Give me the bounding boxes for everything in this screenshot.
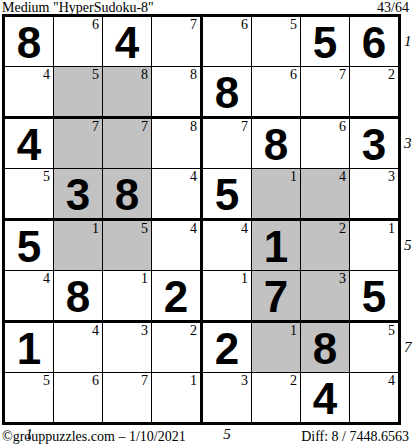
cell-r7c6[interactable]: 1 bbox=[252, 323, 301, 373]
pencil-mark: 6 bbox=[339, 119, 346, 135]
pencil-mark: 4 bbox=[190, 221, 197, 237]
pencil-mark: 6 bbox=[92, 373, 99, 389]
pencil-mark: 5 bbox=[92, 67, 99, 83]
cell-r8c1[interactable]: 5 bbox=[5, 373, 54, 422]
pencil-mark: 7 bbox=[339, 67, 346, 83]
puzzle-title: Medium "HyperSudoku-8" bbox=[2, 0, 154, 15]
cell-r7c2[interactable]: 4 bbox=[54, 323, 103, 373]
cell-r5c3[interactable]: 5 bbox=[103, 221, 152, 271]
pencil-mark: 4 bbox=[241, 221, 248, 237]
cell-r7c3[interactable]: 3 bbox=[103, 323, 152, 373]
cell-r5c7[interactable]: 2 bbox=[301, 221, 350, 271]
sudoku-board: 8647655645888672477878635384514351544121… bbox=[2, 14, 401, 425]
pencil-mark: 4 bbox=[43, 271, 50, 287]
pencil-mark: 4 bbox=[388, 373, 395, 389]
cell-r6c6[interactable]: 7 bbox=[252, 271, 301, 323]
given-digit: 4 bbox=[103, 17, 151, 66]
pencil-mark: 2 bbox=[190, 323, 197, 339]
cell-r7c7[interactable]: 8 bbox=[301, 323, 350, 373]
cell-r7c4[interactable]: 2 bbox=[152, 323, 203, 373]
given-digit: 4 bbox=[301, 373, 349, 422]
cell-r3c3[interactable]: 7 bbox=[103, 119, 152, 169]
cell-r5c2[interactable]: 1 bbox=[54, 221, 103, 271]
given-digit: 8 bbox=[103, 169, 151, 218]
given-digit: 8 bbox=[252, 119, 300, 168]
cell-r3c5[interactable]: 7 bbox=[203, 119, 252, 169]
cell-r2c3[interactable]: 8 bbox=[103, 67, 152, 119]
pencil-mark: 4 bbox=[339, 169, 346, 185]
cell-r2c7[interactable]: 7 bbox=[301, 67, 350, 119]
cell-r7c5[interactable]: 2 bbox=[203, 323, 252, 373]
cell-r6c7[interactable]: 3 bbox=[301, 271, 350, 323]
pencil-mark: 5 bbox=[388, 323, 395, 339]
given-digit: 5 bbox=[301, 17, 349, 66]
cell-r8c8[interactable]: 4 bbox=[350, 373, 398, 422]
cell-r4c3[interactable]: 8 bbox=[103, 169, 152, 221]
cell-r7c8[interactable]: 5 bbox=[350, 323, 398, 373]
cell-r5c5[interactable]: 4 bbox=[203, 221, 252, 271]
given-digit: 8 bbox=[301, 323, 349, 372]
pencil-mark: 1 bbox=[92, 221, 99, 237]
given-digit: 3 bbox=[54, 169, 102, 218]
cell-r6c8[interactable]: 5 bbox=[350, 271, 398, 323]
given-digit: 5 bbox=[5, 221, 53, 270]
cell-r8c2[interactable]: 6 bbox=[54, 373, 103, 422]
given-digit: 8 bbox=[5, 17, 53, 66]
pencil-mark: 7 bbox=[241, 119, 248, 135]
pencil-mark: 2 bbox=[339, 221, 346, 237]
pencil-mark: 7 bbox=[92, 119, 99, 135]
cell-r5c8[interactable]: 1 bbox=[350, 221, 398, 271]
cell-r4c1[interactable]: 5 bbox=[5, 169, 54, 221]
puzzle-counter: 43/64 bbox=[377, 0, 409, 15]
pencil-mark: 5 bbox=[290, 17, 297, 33]
pencil-mark: 5 bbox=[141, 221, 148, 237]
pencil-mark: 1 bbox=[141, 271, 148, 287]
cell-r3c1[interactable]: 4 bbox=[5, 119, 54, 169]
given-digit: 4 bbox=[5, 119, 53, 168]
pencil-mark: 4 bbox=[92, 323, 99, 339]
row-label-5: 5 bbox=[404, 237, 412, 254]
row-label-3: 3 bbox=[404, 135, 412, 152]
cell-r2c8[interactable]: 2 bbox=[350, 67, 398, 119]
cell-r8c4[interactable]: 1 bbox=[152, 373, 203, 422]
cell-r4c4[interactable]: 4 bbox=[152, 169, 203, 221]
cell-r6c1[interactable]: 4 bbox=[5, 271, 54, 323]
cell-r2c4[interactable]: 8 bbox=[152, 67, 203, 119]
cell-r2c5[interactable]: 8 bbox=[203, 67, 252, 119]
pencil-mark: 7 bbox=[141, 373, 148, 389]
cell-r5c4[interactable]: 4 bbox=[152, 221, 203, 271]
pencil-mark: 1 bbox=[388, 221, 395, 237]
pencil-mark: 3 bbox=[141, 323, 148, 339]
given-digit: 8 bbox=[203, 67, 251, 116]
row-label-1: 1 bbox=[404, 33, 412, 50]
cell-r5c6[interactable]: 1 bbox=[252, 221, 301, 271]
given-digit: 5 bbox=[350, 271, 398, 320]
col-label-5: 5 bbox=[223, 426, 231, 443]
given-digit: 3 bbox=[350, 119, 398, 168]
pencil-mark: 2 bbox=[388, 67, 395, 83]
pencil-mark: 3 bbox=[388, 169, 395, 185]
cell-r3c4[interactable]: 8 bbox=[152, 119, 203, 169]
pencil-mark: 1 bbox=[241, 271, 248, 287]
cell-r1c2[interactable]: 6 bbox=[54, 17, 103, 67]
cell-r2c1[interactable]: 4 bbox=[5, 67, 54, 119]
pencil-mark: 7 bbox=[190, 17, 197, 33]
cell-r1c3[interactable]: 4 bbox=[103, 17, 152, 67]
given-digit: 2 bbox=[203, 323, 251, 372]
row-label-7: 7 bbox=[404, 339, 412, 356]
pencil-mark: 1 bbox=[290, 169, 297, 185]
cell-r6c4[interactable]: 2 bbox=[152, 271, 203, 323]
pencil-mark: 6 bbox=[241, 17, 248, 33]
cell-r4c2[interactable]: 3 bbox=[54, 169, 103, 221]
given-digit: 6 bbox=[350, 17, 398, 66]
cell-r6c5[interactable]: 1 bbox=[203, 271, 252, 323]
col-label-1: 1 bbox=[25, 426, 33, 443]
given-digit: 1 bbox=[5, 323, 53, 372]
given-digit: 5 bbox=[203, 169, 251, 218]
cell-r8c3[interactable]: 7 bbox=[103, 373, 152, 422]
pencil-mark: 6 bbox=[92, 17, 99, 33]
difficulty-text: Diff: 8 / 7448.6563 bbox=[301, 429, 409, 445]
cell-r1c8[interactable]: 6 bbox=[350, 17, 398, 67]
cell-r1c6[interactable]: 5 bbox=[252, 17, 301, 67]
cell-r2c2[interactable]: 5 bbox=[54, 67, 103, 119]
cell-r8c6[interactable]: 2 bbox=[252, 373, 301, 422]
cell-r3c2[interactable]: 7 bbox=[54, 119, 103, 169]
cell-r5c1[interactable]: 5 bbox=[5, 221, 54, 271]
cell-r3c8[interactable]: 3 bbox=[350, 119, 398, 169]
given-digit: 1 bbox=[252, 221, 300, 270]
cell-r6c3[interactable]: 1 bbox=[103, 271, 152, 323]
cell-r8c7[interactable]: 4 bbox=[301, 373, 350, 422]
cell-r1c7[interactable]: 5 bbox=[301, 17, 350, 67]
cell-r4c5[interactable]: 5 bbox=[203, 169, 252, 221]
pencil-mark: 8 bbox=[141, 67, 148, 83]
given-digit: 8 bbox=[54, 271, 102, 320]
cell-r8c5[interactable]: 3 bbox=[203, 373, 252, 422]
given-digit: 2 bbox=[152, 271, 200, 320]
given-digit: 7 bbox=[252, 271, 300, 320]
cell-r4c8[interactable]: 3 bbox=[350, 169, 398, 221]
pencil-mark: 5 bbox=[43, 373, 50, 389]
puzzle-page: Medium "HyperSudoku-8" 43/64 86476556458… bbox=[0, 0, 412, 447]
pencil-mark: 4 bbox=[43, 67, 50, 83]
pencil-mark: 2 bbox=[290, 373, 297, 389]
cell-r1c5[interactable]: 6 bbox=[203, 17, 252, 67]
pencil-mark: 8 bbox=[190, 119, 197, 135]
pencil-mark: 1 bbox=[190, 373, 197, 389]
cell-r6c2[interactable]: 8 bbox=[54, 271, 103, 323]
pencil-mark: 8 bbox=[190, 67, 197, 83]
pencil-mark: 3 bbox=[241, 373, 248, 389]
cell-r1c1[interactable]: 8 bbox=[5, 17, 54, 67]
pencil-mark: 6 bbox=[290, 67, 297, 83]
pencil-mark: 3 bbox=[339, 271, 346, 287]
cell-r4c7[interactable]: 4 bbox=[301, 169, 350, 221]
cell-r7c1[interactable]: 1 bbox=[5, 323, 54, 373]
pencil-mark: 7 bbox=[141, 119, 148, 135]
cell-r3c6[interactable]: 8 bbox=[252, 119, 301, 169]
cell-r1c4[interactable]: 7 bbox=[152, 17, 203, 67]
pencil-mark: 1 bbox=[290, 323, 297, 339]
cell-r4c6[interactable]: 1 bbox=[252, 169, 301, 221]
cell-r3c7[interactable]: 6 bbox=[301, 119, 350, 169]
cell-r2c6[interactable]: 6 bbox=[252, 67, 301, 119]
pencil-mark: 4 bbox=[190, 169, 197, 185]
pencil-mark: 5 bbox=[43, 169, 50, 185]
